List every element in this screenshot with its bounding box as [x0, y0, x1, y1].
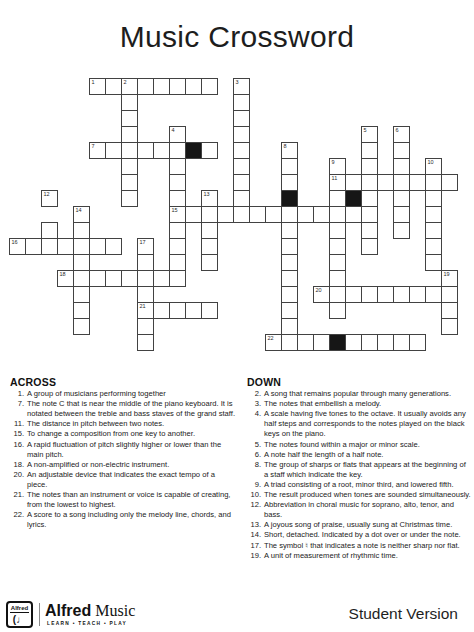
- black-cell: [345, 190, 362, 207]
- grid-cell[interactable]: [361, 142, 378, 159]
- grid-cell[interactable]: [73, 222, 90, 239]
- grid-cell[interactable]: [409, 334, 426, 351]
- grid-cell[interactable]: [233, 190, 250, 207]
- clue-text: The notes that embellish a melody.: [264, 399, 472, 409]
- grid-cell[interactable]: [185, 78, 202, 95]
- grid-cell[interactable]: [393, 334, 410, 351]
- grid-cell[interactable]: [281, 318, 298, 335]
- clue-item: 7.The note C that is near the middle of …: [10, 399, 236, 419]
- grid-cell[interactable]: [169, 142, 186, 159]
- clue-text: A note half the length of a half note.: [264, 450, 472, 460]
- clue-number: 17.: [247, 541, 261, 551]
- clue-text: An adjustable device that indicates the …: [27, 470, 236, 490]
- grid-cell[interactable]: [393, 222, 410, 239]
- grid-cell[interactable]: 16: [9, 238, 26, 255]
- grid-cell[interactable]: [265, 206, 282, 223]
- clue-number: 18.: [10, 460, 24, 470]
- grid-cell[interactable]: [441, 318, 458, 335]
- clue-text: A unit of measurement of rhythmic time.: [264, 551, 472, 561]
- grid-cell[interactable]: [425, 190, 442, 207]
- cell-number: 22: [268, 335, 274, 342]
- grid-cell[interactable]: [441, 302, 458, 319]
- grid-cell[interactable]: [377, 334, 394, 351]
- down-header: DOWN: [247, 377, 472, 387]
- grid-cell[interactable]: [329, 270, 346, 287]
- grid-cell[interactable]: [137, 334, 154, 351]
- clue-text: The symbol ♮ that indicates a note is ne…: [264, 541, 472, 551]
- grid-cell[interactable]: [169, 174, 186, 191]
- grid-cell[interactable]: [329, 302, 346, 319]
- clue-number: 11.: [10, 419, 24, 429]
- clue-item: 14.Short, detached. Indicated by a dot o…: [247, 530, 472, 540]
- grid-cell[interactable]: [441, 286, 458, 303]
- grid-cell[interactable]: [169, 302, 186, 319]
- grid-cell[interactable]: [57, 238, 74, 255]
- grid-cell[interactable]: [233, 94, 250, 111]
- clue-item: 5.The notes found within a major or mino…: [247, 440, 472, 450]
- grid-cell[interactable]: 4: [169, 126, 186, 143]
- cell-number: 10: [428, 159, 434, 166]
- grid-cell[interactable]: [377, 174, 394, 191]
- clue-text: The notes than an instrument or voice is…: [27, 490, 236, 510]
- grid-cell[interactable]: [425, 254, 442, 271]
- grid-cell[interactable]: [169, 270, 186, 287]
- grid-cell[interactable]: [121, 158, 138, 175]
- grid-cell[interactable]: [329, 222, 346, 239]
- cell-number: 2: [124, 79, 127, 86]
- grid-cell[interactable]: [201, 206, 218, 223]
- grid-cell[interactable]: [345, 174, 362, 191]
- down-list: 2.A song that remains popular through ma…: [247, 389, 472, 561]
- cell-number: 16: [12, 239, 18, 246]
- cell-number: 9: [332, 159, 335, 166]
- clue-number: 6.: [247, 450, 261, 460]
- clue-item: 4.A scale having five tones to the octav…: [247, 409, 472, 439]
- grid-cell[interactable]: [137, 78, 154, 95]
- crossword-grid: 12345678910111213141516171819202122: [9, 78, 459, 352]
- clue-text: A scale having five tones to the octave.…: [264, 409, 472, 439]
- clue-item: 11.The distance in pitch between two not…: [10, 419, 236, 429]
- grid-cell[interactable]: [201, 142, 218, 159]
- grid-cell[interactable]: [137, 254, 154, 271]
- grid-cell[interactable]: 1: [89, 78, 106, 95]
- black-cell: [329, 334, 346, 351]
- grid-cell[interactable]: 13: [201, 190, 218, 207]
- puzzle-title: Music Crossword: [0, 20, 474, 54]
- grid-cell[interactable]: [217, 206, 234, 223]
- clue-text: A song that remains popular through many…: [264, 389, 472, 399]
- clue-text: The result produced when tones are sound…: [264, 490, 472, 500]
- grid-cell[interactable]: [233, 142, 250, 159]
- grid-cell[interactable]: [297, 334, 314, 351]
- grid-cell[interactable]: 9: [329, 158, 346, 175]
- cell-number: 13: [204, 191, 210, 198]
- grid-cell[interactable]: [281, 238, 298, 255]
- grid-cell[interactable]: [73, 318, 90, 335]
- grid-cell[interactable]: [361, 222, 378, 239]
- grid-cell[interactable]: [377, 286, 394, 303]
- black-cell: [281, 190, 298, 207]
- grid-cell[interactable]: [153, 142, 170, 159]
- grid-cell[interactable]: [233, 174, 250, 191]
- grid-cell[interactable]: [185, 206, 202, 223]
- grid-cell[interactable]: [153, 270, 170, 287]
- clue-text: A non-amplified or non-electric instrume…: [27, 460, 236, 470]
- grid-cell[interactable]: 7: [89, 142, 106, 159]
- grid-cell[interactable]: [281, 206, 298, 223]
- grid-cell[interactable]: [89, 270, 106, 287]
- grid-cell[interactable]: 2: [121, 78, 138, 95]
- brand-tagline: LEARN • TEACH • PLAY: [47, 621, 127, 626]
- grid-cell[interactable]: [121, 126, 138, 143]
- cell-number: 18: [60, 271, 66, 278]
- grid-cell[interactable]: [425, 174, 442, 191]
- grid-cell[interactable]: [361, 190, 378, 207]
- grid-cell[interactable]: [329, 286, 346, 303]
- grid-cell[interactable]: [105, 142, 122, 159]
- grid-cell[interactable]: [73, 238, 90, 255]
- clue-item: 3.The notes that embellish a melody.: [247, 399, 472, 409]
- grid-cell[interactable]: [233, 158, 250, 175]
- clue-number: 15.: [10, 429, 24, 439]
- clue-number: 1.: [10, 389, 24, 399]
- grid-cell[interactable]: 12: [41, 190, 58, 207]
- clue-text: A joyous song of praise, usually sung at…: [264, 520, 472, 530]
- across-header: ACROSS: [10, 377, 236, 387]
- clue-text: A triad consisting of a root, minor thir…: [264, 480, 472, 490]
- clue-number: 4.: [247, 409, 261, 439]
- grid-cell[interactable]: [169, 78, 186, 95]
- grid-cell[interactable]: [137, 318, 154, 335]
- clue-number: 20.: [10, 470, 24, 490]
- grid-cell[interactable]: [393, 174, 410, 191]
- grid-cell[interactable]: [361, 174, 378, 191]
- grid-cell[interactable]: 14: [73, 206, 90, 223]
- cell-number: 21: [140, 303, 146, 310]
- grid-cell[interactable]: [233, 206, 250, 223]
- grid-cell[interactable]: [169, 222, 186, 239]
- alfred-logo-badge: Alfred (♩: [6, 601, 33, 628]
- grid-cell[interactable]: [201, 302, 218, 319]
- grid-cell[interactable]: [361, 158, 378, 175]
- clue-item: 17.The symbol ♮ that indicates a note is…: [247, 541, 472, 551]
- grid-cell[interactable]: [281, 302, 298, 319]
- page: Music Crossword 123456789101112131415161…: [0, 0, 474, 632]
- grid-cell[interactable]: [233, 126, 250, 143]
- clue-item: 9.A triad consisting of a root, minor th…: [247, 480, 472, 490]
- grid-cell[interactable]: [41, 222, 58, 239]
- grid-cell[interactable]: [361, 286, 378, 303]
- grid-cell[interactable]: [281, 222, 298, 239]
- grid-cell[interactable]: [409, 286, 426, 303]
- grid-cell[interactable]: [121, 142, 138, 159]
- grid-cell[interactable]: [393, 142, 410, 159]
- grid-cell[interactable]: [281, 270, 298, 287]
- cell-number: 20: [316, 287, 322, 294]
- grid-cell[interactable]: [25, 238, 42, 255]
- clue-item: 19.A unit of measurement of rhythmic tim…: [247, 551, 472, 561]
- clue-number: 8.: [247, 460, 261, 480]
- grid-cell[interactable]: [409, 174, 426, 191]
- grid-cell[interactable]: 19: [441, 270, 458, 287]
- grid-cell[interactable]: [281, 334, 298, 351]
- clue-item: 16.A rapid fluctuation of pitch slightly…: [10, 440, 236, 460]
- grid-cell[interactable]: [89, 238, 106, 255]
- grid-cell[interactable]: 11: [329, 174, 346, 191]
- grid-cell[interactable]: [121, 270, 138, 287]
- grid-cell[interactable]: [201, 222, 218, 239]
- grid-cell[interactable]: [329, 206, 346, 223]
- cell-number: 7: [92, 143, 95, 150]
- grid-cell[interactable]: [425, 206, 442, 223]
- grid-cell[interactable]: [313, 206, 330, 223]
- cell-number: 3: [236, 79, 239, 86]
- cell-number: 15: [172, 207, 178, 214]
- grid-cell[interactable]: [281, 286, 298, 303]
- grid-cell[interactable]: [73, 286, 90, 303]
- grid-cell[interactable]: [169, 238, 186, 255]
- cell-number: 6: [396, 127, 399, 134]
- grid-cell[interactable]: [73, 254, 90, 271]
- grid-cell[interactable]: [297, 206, 314, 223]
- clue-number: 16.: [10, 440, 24, 460]
- grid-cell[interactable]: [393, 190, 410, 207]
- grid-cell[interactable]: [169, 190, 186, 207]
- grid-cell[interactable]: [137, 286, 154, 303]
- grid-cell[interactable]: [361, 334, 378, 351]
- clue-number: 22.: [10, 510, 24, 530]
- clue-text: The distance in pitch between two notes.: [27, 419, 236, 429]
- grid-cell[interactable]: [281, 254, 298, 271]
- clue-text: A group of musicians performing together: [27, 389, 236, 399]
- clue-number: 9.: [247, 480, 261, 490]
- grid-cell[interactable]: [169, 158, 186, 175]
- grid-cell[interactable]: [105, 238, 122, 255]
- clue-text: Abbreviation in choral music for soprano…: [264, 500, 472, 520]
- cell-number: 4: [172, 127, 175, 134]
- grid-cell[interactable]: 22: [265, 334, 282, 351]
- grid-cell[interactable]: [329, 238, 346, 255]
- clue-text: To change a composition from one key to …: [27, 429, 236, 439]
- cell-number: 11: [332, 175, 338, 182]
- clue-number: 12.: [247, 500, 261, 520]
- clue-text: A rapid fluctuation of pitch slightly hi…: [27, 440, 236, 460]
- clue-text: The note C that is near the middle of th…: [27, 399, 236, 419]
- grid-cell[interactable]: [313, 334, 330, 351]
- grid-cell[interactable]: [73, 302, 90, 319]
- clue-text: The group of sharps or flats that appear…: [264, 460, 472, 480]
- black-cell: [185, 142, 202, 159]
- clue-item: 21.The notes than an instrument or voice…: [10, 490, 236, 510]
- grid-cell[interactable]: [121, 190, 138, 207]
- clue-number: 3.: [247, 399, 261, 409]
- clue-text: Short, detached. Indicated by a dot over…: [264, 530, 472, 540]
- grid-cell[interactable]: [137, 270, 154, 287]
- cell-number: 19: [444, 271, 450, 278]
- clue-item: 1.A group of musicians performing togeth…: [10, 389, 236, 399]
- grid-cell[interactable]: 18: [57, 270, 74, 287]
- grid-cell[interactable]: [329, 190, 346, 207]
- grid-cell[interactable]: [201, 254, 218, 271]
- clue-number: 5.: [247, 440, 261, 450]
- brand-wordmark: Alfred Music: [45, 602, 135, 620]
- brand-name-serif: Music: [91, 602, 135, 619]
- clue-item: 10.The result produced when tones are so…: [247, 490, 472, 500]
- grid-cell[interactable]: [201, 78, 218, 95]
- grid-cell[interactable]: [201, 238, 218, 255]
- grid-cell[interactable]: [281, 174, 298, 191]
- grid-cell[interactable]: 6: [393, 126, 410, 143]
- clue-item: 20.An adjustable device that indicates t…: [10, 470, 236, 490]
- clue-number: 7.: [10, 399, 24, 419]
- grid-cell[interactable]: [153, 302, 170, 319]
- across-list: 1.A group of musicians performing togeth…: [10, 389, 236, 530]
- grid-cell[interactable]: [441, 174, 458, 191]
- alfred-logo-text: Alfred: [10, 605, 29, 613]
- grid-cell[interactable]: 21: [137, 302, 154, 319]
- clue-item: 15.To change a composition from one key …: [10, 429, 236, 439]
- grid-cell[interactable]: [105, 270, 122, 287]
- grid-cell[interactable]: 8: [281, 142, 298, 159]
- down-clues: DOWN 2.A song that remains popular throu…: [247, 377, 472, 561]
- grid-cell[interactable]: [361, 238, 378, 255]
- cell-number: 1: [92, 79, 95, 86]
- grid-cell[interactable]: [249, 206, 266, 223]
- clue-item: 18.A non-amplified or non-electric instr…: [10, 460, 236, 470]
- grid-cell[interactable]: [281, 158, 298, 175]
- music-note-icon: (♩: [8, 613, 31, 626]
- clue-item: 6.A note half the length of a half note.: [247, 450, 472, 460]
- cell-number: 14: [76, 207, 82, 214]
- clue-item: 22.A score to a song including only the …: [10, 510, 236, 530]
- grid-cell[interactable]: 10: [425, 158, 442, 175]
- grid-cell[interactable]: [345, 206, 362, 223]
- footer-divider: [39, 603, 40, 626]
- clue-number: 10.: [247, 490, 261, 500]
- clue-text: The notes found within a major or minor …: [264, 440, 472, 450]
- clue-number: 2.: [247, 389, 261, 399]
- grid-cell[interactable]: 15: [169, 206, 186, 223]
- clue-item: 13.A joyous song of praise, usually sung…: [247, 520, 472, 530]
- version-label: Student Version: [349, 605, 458, 623]
- grid-cell[interactable]: [121, 110, 138, 127]
- across-clues: ACROSS 1.A group of musicians performing…: [10, 377, 236, 530]
- grid-cell[interactable]: [121, 174, 138, 191]
- grid-cell[interactable]: [425, 222, 442, 239]
- grid-cell[interactable]: [329, 254, 346, 271]
- grid-cell[interactable]: [137, 142, 154, 159]
- clue-number: 19.: [247, 551, 261, 561]
- grid-cell[interactable]: [153, 78, 170, 95]
- clue-item: 12.Abbreviation in choral music for sopr…: [247, 500, 472, 520]
- grid-cell[interactable]: 17: [137, 238, 154, 255]
- grid-cell[interactable]: 5: [361, 126, 378, 143]
- cell-number: 17: [140, 239, 146, 246]
- grid-cell[interactable]: 20: [313, 286, 330, 303]
- grid-cell[interactable]: [105, 78, 122, 95]
- brand-name-bold: Alfred: [45, 602, 91, 619]
- cell-number: 5: [364, 127, 367, 134]
- grid-cell[interactable]: [185, 302, 202, 319]
- clue-item: 2.A song that remains popular through ma…: [247, 389, 472, 399]
- grid-cell[interactable]: [425, 238, 442, 255]
- grid-cell[interactable]: [345, 334, 362, 351]
- grid-cell[interactable]: [393, 286, 410, 303]
- grid-cell[interactable]: [425, 286, 442, 303]
- cell-number: 8: [284, 143, 287, 150]
- grid-cell[interactable]: 3: [233, 78, 250, 95]
- clue-item: 8.The group of sharps or flats that appe…: [247, 460, 472, 480]
- grid-cell[interactable]: [345, 286, 362, 303]
- clue-text: A score to a song including only the mel…: [27, 510, 236, 530]
- cell-number: 12: [44, 191, 50, 198]
- clue-number: 13.: [247, 520, 261, 530]
- grid-cell[interactable]: [233, 110, 250, 127]
- grid-cell[interactable]: [361, 206, 378, 223]
- grid-cell[interactable]: [169, 254, 186, 271]
- grid-cell[interactable]: [393, 206, 410, 223]
- grid-cell[interactable]: [121, 94, 138, 111]
- grid-cell[interactable]: [393, 158, 410, 175]
- grid-cell[interactable]: [73, 270, 90, 287]
- clue-number: 14.: [247, 530, 261, 540]
- grid-cell[interactable]: [41, 238, 58, 255]
- clue-number: 21.: [10, 490, 24, 510]
